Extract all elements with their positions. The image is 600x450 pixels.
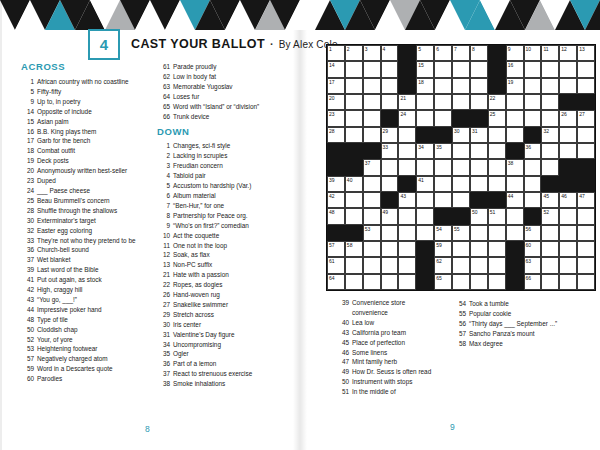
clue-number: 2 bbox=[157, 151, 173, 161]
clue-number: 21 bbox=[157, 270, 173, 280]
grid-cell[interactable] bbox=[381, 159, 399, 175]
clue-item: 35Ogler bbox=[157, 349, 269, 359]
grid-cell[interactable]: 35 bbox=[434, 143, 452, 159]
clue-number: 57 bbox=[453, 329, 469, 339]
clue-number: 59 bbox=[21, 364, 37, 374]
cell-number: 16 bbox=[508, 62, 514, 68]
grid-cell[interactable]: 9 bbox=[506, 45, 524, 61]
grid-cell[interactable] bbox=[398, 225, 416, 241]
grid-cell[interactable]: 32 bbox=[541, 127, 559, 143]
grid-cell[interactable]: 22 bbox=[488, 94, 506, 110]
clue-item: 41Put out again, as stock bbox=[21, 275, 146, 285]
grid-cell[interactable] bbox=[381, 241, 399, 257]
cell-number: 28 bbox=[329, 128, 335, 134]
grid-cell[interactable] bbox=[541, 225, 559, 241]
grid-cell[interactable]: 62 bbox=[434, 257, 452, 273]
clue-text: Anonymously written best-seller bbox=[37, 166, 137, 176]
crossword-grid[interactable]: 1234567891011121314151617181920212223242… bbox=[326, 44, 596, 291]
grid-cell[interactable]: 29 bbox=[381, 127, 399, 143]
clue-text: Took a tumble bbox=[469, 299, 577, 309]
grid-cell[interactable]: 17 bbox=[327, 78, 345, 94]
grid-cell[interactable]: 15 bbox=[416, 61, 434, 77]
grid-cell[interactable] bbox=[470, 94, 488, 110]
grid-cell[interactable]: 7 bbox=[452, 45, 470, 61]
grid-cell[interactable]: 64 bbox=[327, 274, 345, 290]
clue-number: 33 bbox=[21, 236, 37, 246]
black-cell bbox=[398, 61, 416, 77]
clue-text: How Dr. Seuss is often read bbox=[352, 367, 442, 377]
grid-cell[interactable] bbox=[452, 61, 470, 77]
grid-cell[interactable] bbox=[434, 78, 452, 94]
grid-cell[interactable]: 24 bbox=[398, 110, 416, 126]
black-cell bbox=[434, 208, 452, 224]
grid-cell[interactable]: 48 bbox=[327, 208, 345, 224]
clue-item: 9“Who's on first?” comedian bbox=[157, 221, 269, 231]
clue-item: 30Iris center bbox=[157, 320, 269, 330]
grid-cell[interactable] bbox=[363, 78, 381, 94]
grid-cell[interactable] bbox=[363, 110, 381, 126]
cell-number: 25 bbox=[490, 111, 496, 117]
clue-number: 54 bbox=[453, 299, 469, 309]
grid-cell[interactable] bbox=[541, 94, 559, 110]
clue-item: 50Instrument with stops bbox=[336, 377, 444, 387]
grid-cell[interactable] bbox=[524, 176, 542, 192]
grid-cell[interactable]: 18 bbox=[416, 78, 434, 94]
grid-cell[interactable] bbox=[541, 241, 559, 257]
grid-cell[interactable]: 63 bbox=[524, 257, 542, 273]
grid-cell[interactable] bbox=[577, 208, 595, 224]
clue-text: Impressive poker hand bbox=[37, 305, 137, 315]
grid-cell[interactable]: 1 bbox=[327, 45, 345, 61]
grid-cell[interactable]: 65 bbox=[434, 274, 452, 290]
grid-cell[interactable] bbox=[559, 257, 577, 273]
grid-cell[interactable] bbox=[488, 225, 506, 241]
grid-cell[interactable] bbox=[559, 127, 577, 143]
cell-number: 38 bbox=[508, 160, 514, 166]
grid-cell[interactable]: 66 bbox=[524, 274, 542, 290]
clue-number: 63 bbox=[157, 82, 173, 92]
grid-cell[interactable] bbox=[577, 241, 595, 257]
puzzle-number-badge: 4 bbox=[88, 29, 120, 60]
grid-cell[interactable]: 51 bbox=[488, 208, 506, 224]
black-cell bbox=[381, 192, 399, 208]
clue-text: Exterminator's target bbox=[37, 216, 137, 226]
cell-number: 34 bbox=[418, 144, 424, 150]
grid-cell[interactable] bbox=[345, 94, 363, 110]
grid-cell[interactable]: 42 bbox=[327, 192, 345, 208]
grid-cell[interactable]: 5 bbox=[416, 45, 434, 61]
grid-cell[interactable] bbox=[524, 159, 542, 175]
grid-cell[interactable]: 19 bbox=[506, 78, 524, 94]
grid-cell[interactable]: 38 bbox=[506, 159, 524, 175]
cell-number: 54 bbox=[436, 226, 442, 232]
clue-item: 39Last word of the Bible bbox=[21, 265, 146, 275]
grid-cell[interactable] bbox=[363, 274, 381, 290]
grid-cell[interactable] bbox=[345, 208, 363, 224]
clue-text: Church-bell sound bbox=[37, 245, 137, 255]
grid-cell[interactable] bbox=[524, 61, 542, 77]
grid-cell[interactable]: 57 bbox=[327, 241, 345, 257]
clue-item: 58Max degree bbox=[453, 339, 578, 349]
black-cell bbox=[470, 110, 488, 126]
cell-number: 63 bbox=[526, 258, 532, 264]
clue-number: 12 bbox=[157, 250, 173, 260]
grid-cell[interactable]: 52 bbox=[541, 208, 559, 224]
grid-cell[interactable] bbox=[506, 225, 524, 241]
grid-cell[interactable] bbox=[452, 192, 470, 208]
black-cell bbox=[559, 176, 577, 192]
grid-cell[interactable]: 43 bbox=[398, 192, 416, 208]
grid-cell[interactable]: 25 bbox=[488, 110, 506, 126]
grid-cell[interactable]: 4 bbox=[381, 45, 399, 61]
grid-cell[interactable] bbox=[345, 78, 363, 94]
grid-cell[interactable]: 60 bbox=[524, 241, 542, 257]
puzzle-title: CAST YOUR BALLOT bbox=[131, 37, 265, 51]
clue-text: Deck posts bbox=[37, 156, 137, 166]
grid-cell[interactable] bbox=[524, 110, 542, 126]
grid-cell[interactable] bbox=[559, 241, 577, 257]
grid-cell[interactable] bbox=[506, 176, 524, 192]
clue-number: 17 bbox=[21, 136, 37, 146]
grid-cell[interactable] bbox=[363, 241, 381, 257]
grid-cell[interactable] bbox=[381, 257, 399, 273]
grid-cell[interactable] bbox=[559, 78, 577, 94]
grid-cell[interactable] bbox=[506, 94, 524, 110]
clue-item: 11One not in the loop bbox=[157, 241, 269, 251]
grid-cell[interactable] bbox=[470, 61, 488, 77]
grid-cell[interactable]: 47 bbox=[577, 192, 595, 208]
grid-cell[interactable] bbox=[452, 78, 470, 94]
grid-cell[interactable] bbox=[398, 208, 416, 224]
grid-cell[interactable]: 61 bbox=[327, 257, 345, 273]
clue-text: Ropes, as dogies bbox=[173, 280, 263, 290]
grid-cell[interactable] bbox=[559, 225, 577, 241]
clue-text: Easter egg coloring bbox=[37, 226, 137, 236]
grid-cell[interactable] bbox=[452, 94, 470, 110]
clue-number: 65 bbox=[157, 102, 173, 112]
clue-item: 38Smoke inhalations bbox=[157, 379, 269, 389]
grid-cell[interactable] bbox=[398, 143, 416, 159]
grid-cell[interactable] bbox=[434, 192, 452, 208]
grid-cell[interactable]: 10 bbox=[524, 45, 542, 61]
grid-cell[interactable] bbox=[416, 208, 434, 224]
grid-cell[interactable] bbox=[434, 176, 452, 192]
grid-cell[interactable] bbox=[434, 94, 452, 110]
clue-text: Changes, sci-fi style bbox=[173, 141, 263, 151]
grid-cell[interactable] bbox=[345, 257, 363, 273]
clue-text: Cloddish chap bbox=[37, 325, 137, 335]
cell-number: 39 bbox=[329, 177, 335, 183]
grid-cell[interactable]: 49 bbox=[381, 208, 399, 224]
cell-number: 62 bbox=[436, 258, 442, 264]
cell-number: 46 bbox=[561, 193, 567, 199]
grid-cell[interactable] bbox=[416, 225, 434, 241]
clue-item: 51In the middle of bbox=[336, 387, 444, 397]
clue-item: 33They're not who they pretend to be bbox=[21, 236, 146, 246]
grid-cell[interactable]: 21 bbox=[398, 94, 416, 110]
grid-cell[interactable]: 12 bbox=[559, 45, 577, 61]
grid-cell[interactable] bbox=[470, 274, 488, 290]
grid-cell[interactable]: 13 bbox=[577, 45, 595, 61]
grid-cell[interactable]: 39 bbox=[327, 176, 345, 192]
grid-cell[interactable] bbox=[559, 143, 577, 159]
grid-cell[interactable] bbox=[381, 274, 399, 290]
grid-cell[interactable] bbox=[345, 61, 363, 77]
clue-text: Iris center bbox=[173, 320, 263, 330]
grid-cell[interactable]: 46 bbox=[559, 192, 577, 208]
grid-cell[interactable]: 6 bbox=[434, 45, 452, 61]
grid-cell[interactable] bbox=[506, 127, 524, 143]
cell-number: 41 bbox=[418, 177, 424, 183]
grid-cell[interactable] bbox=[381, 176, 399, 192]
grid-cell[interactable] bbox=[416, 159, 434, 175]
grid-cell[interactable]: 33 bbox=[381, 143, 399, 159]
grid-cell[interactable]: 34 bbox=[416, 143, 434, 159]
clue-number: 39 bbox=[336, 298, 352, 318]
grid-cell[interactable] bbox=[541, 257, 559, 273]
grid-cell[interactable]: 2 bbox=[345, 45, 363, 61]
cell-number: 52 bbox=[543, 209, 549, 215]
clue-number: 43 bbox=[336, 328, 352, 338]
grid-cell[interactable] bbox=[363, 127, 381, 143]
grid-cell[interactable] bbox=[452, 143, 470, 159]
clue-item: 60Parodies bbox=[21, 374, 146, 384]
grid-cell[interactable] bbox=[416, 192, 434, 208]
cell-number: 61 bbox=[329, 258, 335, 264]
grid-cell[interactable]: 20 bbox=[327, 94, 345, 110]
grid-cell[interactable] bbox=[381, 94, 399, 110]
grid-cell[interactable] bbox=[541, 159, 559, 175]
grid-cell[interactable] bbox=[345, 274, 363, 290]
grid-cell[interactable]: 58 bbox=[345, 241, 363, 257]
clue-item: 10Act the coquette bbox=[157, 231, 269, 241]
grid-cell[interactable]: 3 bbox=[363, 45, 381, 61]
grid-cell[interactable] bbox=[488, 257, 506, 273]
grid-cell[interactable] bbox=[434, 110, 452, 126]
black-cell bbox=[452, 208, 470, 224]
clue-text: Uncompromising bbox=[173, 340, 263, 350]
grid-cell[interactable] bbox=[524, 94, 542, 110]
clue-text: Some linens bbox=[352, 348, 442, 358]
grid-cell[interactable] bbox=[452, 274, 470, 290]
grid-cell[interactable] bbox=[452, 176, 470, 192]
clue-number: 18 bbox=[21, 146, 37, 156]
cell-number: 40 bbox=[347, 177, 353, 183]
grid-cell[interactable] bbox=[488, 274, 506, 290]
grid-cell[interactable] bbox=[363, 192, 381, 208]
grid-cell[interactable] bbox=[470, 176, 488, 192]
grid-cell[interactable] bbox=[381, 225, 399, 241]
grid-cell[interactable] bbox=[398, 159, 416, 175]
grid-cell[interactable] bbox=[577, 127, 595, 143]
grid-cell[interactable] bbox=[345, 127, 363, 143]
grid-cell[interactable] bbox=[470, 78, 488, 94]
grid-cell[interactable] bbox=[524, 78, 542, 94]
grid-cell[interactable] bbox=[398, 127, 416, 143]
grid-cell[interactable] bbox=[577, 78, 595, 94]
clue-text: African country with no coastline bbox=[37, 77, 137, 87]
grid-cell[interactable] bbox=[488, 127, 506, 143]
down-heading: DOWN bbox=[157, 126, 269, 137]
cell-number: 19 bbox=[508, 79, 514, 85]
grid-cell[interactable]: 41 bbox=[416, 176, 434, 192]
grid-cell[interactable] bbox=[577, 225, 595, 241]
clue-item: 7“Ben-Hur,” for one bbox=[157, 201, 269, 211]
clue-number: 50 bbox=[21, 325, 37, 335]
black-cell bbox=[363, 143, 381, 159]
clue-item: 55Popular cookie bbox=[453, 309, 578, 319]
grid-cell[interactable] bbox=[452, 241, 470, 257]
grid-cell[interactable] bbox=[363, 257, 381, 273]
grid-cell[interactable] bbox=[488, 176, 506, 192]
clue-text: Wet blanket bbox=[37, 255, 137, 265]
grid-cell[interactable] bbox=[559, 61, 577, 77]
clue-item: 20Anonymously written best-seller bbox=[21, 166, 146, 176]
grid-cell[interactable] bbox=[416, 94, 434, 110]
grid-cell[interactable] bbox=[559, 208, 577, 224]
grid-cell[interactable] bbox=[577, 257, 595, 273]
grid-cell[interactable] bbox=[398, 241, 416, 257]
grid-cell[interactable]: 28 bbox=[327, 127, 345, 143]
clue-number: 64 bbox=[157, 92, 173, 102]
cell-number: 2 bbox=[347, 46, 350, 52]
grid-cell[interactable]: 16 bbox=[506, 61, 524, 77]
black-cell bbox=[345, 143, 363, 159]
clue-text: Part of a lemon bbox=[173, 359, 263, 369]
clue-item: 1African country with no coastline bbox=[21, 77, 146, 87]
clue-text: Instrument with stops bbox=[352, 377, 442, 387]
clue-number: 62 bbox=[157, 72, 173, 82]
clue-item: 40Lea low bbox=[336, 318, 444, 328]
clue-text: Sancho Panza's mount bbox=[469, 329, 577, 339]
cell-number: 13 bbox=[579, 46, 585, 52]
down-clue-list: 1Changes, sci-fi style2Lacking in scrupl… bbox=[157, 141, 269, 389]
grid-cell[interactable]: 56 bbox=[524, 225, 542, 241]
grid-cell[interactable]: 37 bbox=[363, 159, 381, 175]
grid-cell[interactable] bbox=[345, 192, 363, 208]
grid-cell[interactable] bbox=[541, 61, 559, 77]
grid-cell[interactable] bbox=[470, 225, 488, 241]
grid-cell[interactable] bbox=[470, 241, 488, 257]
grid-cell[interactable] bbox=[398, 257, 416, 273]
grid-cell[interactable] bbox=[541, 274, 559, 290]
clue-number: 1 bbox=[21, 77, 37, 87]
grid-cell[interactable] bbox=[363, 208, 381, 224]
grid-cell[interactable]: 26 bbox=[559, 110, 577, 126]
clue-text: Max degree bbox=[469, 339, 577, 349]
down-clue-column-right-1: 39Convenience store convenience40Lea low… bbox=[336, 298, 444, 397]
grid-cell[interactable] bbox=[363, 61, 381, 77]
clue-number: 36 bbox=[21, 245, 37, 255]
grid-cell[interactable]: 53 bbox=[363, 225, 381, 241]
grid-cell[interactable]: 27 bbox=[577, 110, 595, 126]
clue-item: 65Word with “Island” or “division” bbox=[157, 102, 269, 112]
grid-cell[interactable]: 31 bbox=[470, 127, 488, 143]
grid-cell[interactable] bbox=[398, 274, 416, 290]
grid-cell[interactable]: 55 bbox=[452, 225, 470, 241]
grid-cell[interactable] bbox=[488, 143, 506, 159]
grid-cell[interactable]: 59 bbox=[434, 241, 452, 257]
grid-cell[interactable] bbox=[363, 94, 381, 110]
clue-number: 3 bbox=[157, 161, 173, 171]
grid-cell[interactable] bbox=[470, 143, 488, 159]
grid-cell[interactable] bbox=[541, 143, 559, 159]
grid-cell[interactable] bbox=[470, 257, 488, 273]
black-cell bbox=[524, 208, 542, 224]
cell-number: 32 bbox=[543, 128, 549, 134]
grid-cell[interactable] bbox=[506, 208, 524, 224]
cell-number: 23 bbox=[329, 111, 335, 117]
grid-cell[interactable] bbox=[577, 274, 595, 290]
grid-cell[interactable]: 40 bbox=[345, 176, 363, 192]
grid-cell[interactable] bbox=[452, 159, 470, 175]
clue-number: 39 bbox=[21, 265, 37, 275]
grid-cell[interactable]: 45 bbox=[541, 192, 559, 208]
grid-cell[interactable] bbox=[577, 143, 595, 159]
clue-text: “Ben-Hur,” for one bbox=[173, 201, 263, 211]
grid-cell[interactable] bbox=[381, 61, 399, 77]
clue-text: Valentine's Day figure bbox=[173, 330, 263, 340]
clue-number: 56 bbox=[453, 319, 469, 329]
cell-number: 64 bbox=[329, 275, 335, 281]
grid-cell[interactable]: 30 bbox=[452, 127, 470, 143]
grid-cell[interactable] bbox=[363, 176, 381, 192]
grid-cell[interactable] bbox=[488, 241, 506, 257]
grid-cell[interactable] bbox=[345, 110, 363, 126]
grid-cell[interactable]: 54 bbox=[434, 225, 452, 241]
clue-item: 56“Thirty days ___ September ...” bbox=[453, 319, 578, 329]
clue-item: 50Cloddish chap bbox=[21, 325, 146, 335]
clue-number: 53 bbox=[21, 344, 37, 354]
grid-cell[interactable]: 8 bbox=[470, 45, 488, 61]
grid-cell[interactable] bbox=[506, 110, 524, 126]
grid-cell[interactable] bbox=[434, 61, 452, 77]
clue-item: 64Loses fur bbox=[157, 92, 269, 102]
grid-cell[interactable]: 11 bbox=[541, 45, 559, 61]
grid-cell[interactable] bbox=[541, 110, 559, 126]
grid-cell[interactable] bbox=[452, 257, 470, 273]
grid-cell[interactable]: 44 bbox=[506, 192, 524, 208]
cell-number: 33 bbox=[383, 144, 389, 150]
grid-cell[interactable]: 14 bbox=[327, 61, 345, 77]
grid-cell[interactable]: 50 bbox=[470, 208, 488, 224]
grid-cell[interactable] bbox=[470, 159, 488, 175]
cell-number: 31 bbox=[472, 128, 478, 134]
grid-cell[interactable] bbox=[434, 159, 452, 175]
grid-cell[interactable] bbox=[541, 78, 559, 94]
clue-number: 26 bbox=[157, 290, 173, 300]
cell-number: 27 bbox=[579, 111, 585, 117]
grid-cell[interactable] bbox=[416, 110, 434, 126]
grid-cell[interactable] bbox=[488, 159, 506, 175]
black-cell bbox=[327, 143, 345, 159]
clue-text: Parodies bbox=[37, 374, 137, 384]
clue-number: 35 bbox=[157, 349, 173, 359]
grid-cell[interactable] bbox=[381, 78, 399, 94]
clue-text: They're not who they pretend to be bbox=[37, 236, 137, 246]
across-clue-list: 1African country with no coastline5Fifty… bbox=[21, 77, 146, 384]
grid-cell[interactable]: 36 bbox=[524, 143, 542, 159]
cell-number: 21 bbox=[400, 95, 406, 101]
clue-number: 6 bbox=[157, 191, 173, 201]
grid-cell[interactable] bbox=[577, 61, 595, 77]
across-clue-column: ACROSS 1African country with no coastlin… bbox=[21, 61, 146, 384]
page-number-left: 8 bbox=[145, 424, 150, 434]
grid-cell[interactable] bbox=[559, 274, 577, 290]
grid-cell[interactable]: 23 bbox=[327, 110, 345, 126]
black-cell bbox=[559, 159, 577, 175]
grid-cell[interactable] bbox=[524, 192, 542, 208]
